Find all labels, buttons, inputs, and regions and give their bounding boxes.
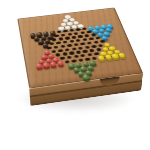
hole (76, 28, 81, 31)
hole (49, 42, 54, 45)
hole (69, 40, 74, 43)
peg-green[interactable] (89, 61, 96, 66)
hole (95, 37, 100, 40)
hole (89, 37, 94, 40)
hole (56, 41, 61, 44)
hole (80, 54, 85, 58)
peg-yellow[interactable] (112, 54, 119, 58)
hole (60, 45, 65, 48)
hole (74, 43, 79, 46)
peg-green[interactable] (87, 65, 94, 70)
peg-yellow[interactable] (118, 53, 125, 57)
hole (83, 50, 88, 54)
peg-green[interactable] (82, 74, 89, 79)
hole (63, 41, 68, 44)
scene (24, 9, 128, 113)
peg-red[interactable] (36, 63, 43, 68)
hole (69, 29, 74, 32)
hole (60, 57, 65, 61)
peg-blue[interactable] (101, 35, 108, 39)
peg-red[interactable] (43, 62, 50, 67)
peg-blue[interactable] (103, 31, 110, 35)
hole (87, 53, 92, 57)
hole (67, 56, 72, 60)
hole (93, 41, 98, 44)
game-box (19, 24, 141, 106)
hole (54, 46, 59, 49)
peg-red[interactable] (57, 61, 64, 66)
hole (67, 44, 72, 47)
hole (82, 38, 87, 41)
hole (69, 51, 74, 55)
product-photo (0, 0, 150, 150)
hole (74, 55, 79, 59)
hole (92, 57, 98, 61)
hole (56, 30, 61, 33)
hole (80, 42, 85, 45)
peg-red[interactable] (50, 62, 57, 67)
peg-yellow[interactable] (105, 54, 112, 58)
hole (47, 46, 52, 49)
hole (87, 41, 92, 44)
hole (82, 27, 87, 30)
peg-yellow[interactable] (98, 55, 105, 59)
hole (63, 30, 68, 33)
finger-notch[interactable] (100, 76, 119, 87)
hole (65, 37, 70, 40)
